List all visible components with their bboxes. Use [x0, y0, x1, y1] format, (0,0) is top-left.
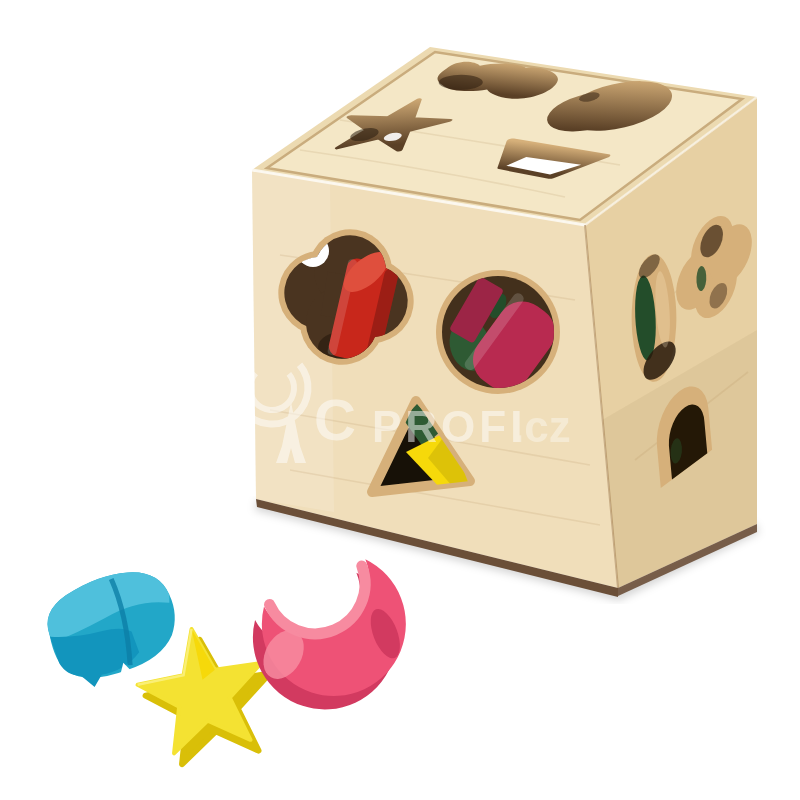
watermark-brand-text: PROFI	[372, 402, 526, 451]
watermark-tld-text: .cz	[512, 402, 571, 451]
shape-sorter-scene: C PROFI .cz	[0, 0, 800, 800]
shape-sorter-cube	[252, 47, 757, 597]
watermark-letter-c: C	[314, 387, 356, 452]
product-photo: C PROFI .cz	[0, 0, 800, 800]
